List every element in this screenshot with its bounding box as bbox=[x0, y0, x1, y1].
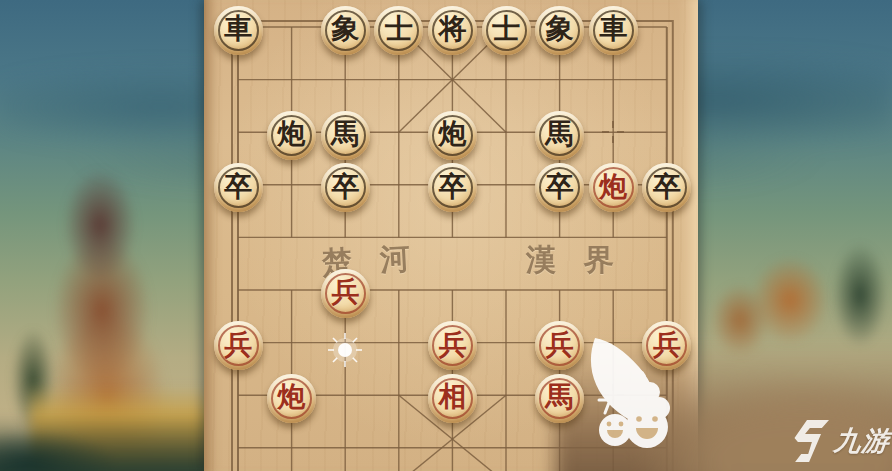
piece-glyph: 兵 bbox=[653, 331, 681, 361]
piece-glyph: 炮 bbox=[278, 120, 306, 150]
piece-red-兵[interactable]: 兵 bbox=[428, 321, 477, 370]
piece-red-兵[interactable]: 兵 bbox=[214, 321, 263, 370]
piece-black-将[interactable]: 将 bbox=[428, 6, 477, 55]
piece-red-炮[interactable]: 炮 bbox=[267, 374, 316, 423]
piece-glyph: 卒 bbox=[546, 173, 574, 203]
piece-glyph: 炮 bbox=[278, 383, 306, 413]
piece-black-馬[interactable]: 馬 bbox=[535, 111, 584, 160]
piece-red-兵[interactable]: 兵 bbox=[535, 321, 584, 370]
xiangqi-game-screen: 楚河 漢界 車象士将士象車炮馬炮馬卒卒卒卒炮卒兵兵兵兵兵炮相馬 九游 bbox=[0, 0, 892, 471]
piece-glyph: 馬 bbox=[546, 383, 574, 413]
piece-glyph: 馬 bbox=[546, 120, 574, 150]
piece-glyph: 士 bbox=[492, 15, 520, 45]
piece-glyph: 将 bbox=[438, 15, 466, 45]
piece-glyph: 炮 bbox=[438, 120, 466, 150]
piece-glyph: 兵 bbox=[438, 331, 466, 361]
piece-black-象[interactable]: 象 bbox=[535, 6, 584, 55]
piece-glyph: 卒 bbox=[331, 173, 359, 203]
piece-glyph: 馬 bbox=[331, 120, 359, 150]
piece-black-卒[interactable]: 卒 bbox=[214, 163, 263, 212]
river-label-han-jie: 漢界 bbox=[526, 240, 642, 281]
piece-glyph: 兵 bbox=[546, 331, 574, 361]
piece-red-馬[interactable]: 馬 bbox=[535, 374, 584, 423]
piece-glyph: 炮 bbox=[599, 173, 627, 203]
piece-red-相[interactable]: 相 bbox=[428, 374, 477, 423]
piece-red-兵[interactable]: 兵 bbox=[321, 269, 370, 318]
piece-glyph: 卒 bbox=[224, 173, 252, 203]
piece-glyph: 卒 bbox=[653, 173, 681, 203]
piece-black-士[interactable]: 士 bbox=[482, 6, 531, 55]
piece-black-車[interactable]: 車 bbox=[214, 6, 263, 55]
jiuyou-logo: 九游 bbox=[793, 420, 890, 462]
piece-black-炮[interactable]: 炮 bbox=[428, 111, 477, 160]
move-origin-sparkle bbox=[323, 328, 367, 372]
piece-glyph: 車 bbox=[599, 15, 627, 45]
background-dark-ground-left bbox=[0, 415, 235, 471]
piece-glyph: 士 bbox=[385, 15, 413, 45]
piece-glyph: 兵 bbox=[331, 278, 359, 308]
piece-black-象[interactable]: 象 bbox=[321, 6, 370, 55]
piece-glyph: 兵 bbox=[224, 331, 252, 361]
jiuyou-9-icon bbox=[793, 420, 829, 462]
piece-glyph: 象 bbox=[331, 15, 359, 45]
piece-black-卒[interactable]: 卒 bbox=[321, 163, 370, 212]
piece-glyph: 象 bbox=[546, 15, 574, 45]
piece-black-炮[interactable]: 炮 bbox=[267, 111, 316, 160]
piece-black-車[interactable]: 車 bbox=[589, 6, 638, 55]
piece-glyph: 車 bbox=[224, 15, 252, 45]
piece-red-炮[interactable]: 炮 bbox=[589, 163, 638, 212]
piece-black-士[interactable]: 士 bbox=[374, 6, 423, 55]
piece-black-馬[interactable]: 馬 bbox=[321, 111, 370, 160]
piece-glyph: 相 bbox=[438, 383, 466, 413]
board-point-cross-marker bbox=[601, 120, 625, 144]
jiuyou-logo-text: 九游 bbox=[832, 423, 892, 459]
piece-glyph: 卒 bbox=[438, 173, 466, 203]
piece-black-卒[interactable]: 卒 bbox=[428, 163, 477, 212]
